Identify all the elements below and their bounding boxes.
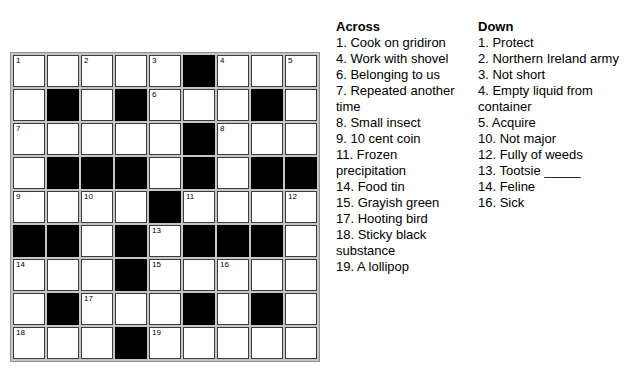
clue-item: 17. Hooting bird	[336, 211, 470, 227]
clue-item: 9. 10 cent coin	[336, 131, 470, 147]
clue-item: 10. Not major	[478, 131, 640, 147]
clue-item: 2. Northern Ireland army	[478, 51, 640, 67]
grid-cell[interactable]: 17	[81, 293, 113, 325]
grid-cell[interactable]: 13	[149, 225, 181, 257]
grid-cell[interactable]: 6	[149, 89, 181, 121]
grid-cell[interactable]	[251, 191, 283, 223]
grid-cell[interactable]	[115, 191, 147, 223]
black-cell	[115, 259, 147, 291]
black-cell	[149, 191, 181, 223]
cell-number: 19	[152, 328, 161, 338]
grid-cell[interactable]	[115, 123, 147, 155]
grid-cell[interactable]	[285, 89, 317, 121]
black-cell	[81, 157, 113, 189]
cell-number: 11	[186, 192, 194, 202]
black-cell	[115, 327, 147, 359]
grid-cell[interactable]	[251, 259, 283, 291]
clue-item: 16. Sick	[478, 195, 640, 211]
black-cell	[115, 225, 147, 257]
cell-number: 1	[16, 56, 20, 66]
cell-number: 15	[152, 260, 161, 270]
grid-cell[interactable]: 18	[13, 327, 45, 359]
grid-cell[interactable]	[183, 89, 215, 121]
black-cell	[251, 225, 283, 257]
black-cell	[115, 157, 147, 189]
across-heading: Across	[336, 19, 470, 35]
clue-item: 4. Work with shovel	[336, 51, 470, 67]
grid-cell[interactable]: 9	[13, 191, 45, 223]
cell-number: 4	[220, 56, 224, 66]
clue-item: 4. Empty liquid from container	[478, 83, 640, 115]
down-heading: Down	[478, 19, 640, 35]
clue-item: 1. Cook on gridiron	[336, 35, 470, 51]
black-cell	[183, 157, 215, 189]
grid-cell[interactable]: 4	[217, 55, 249, 87]
clue-item: 5. Acquire	[478, 115, 640, 131]
grid-cell[interactable]: 1	[13, 55, 45, 87]
grid-cell[interactable]	[81, 327, 113, 359]
grid-cell[interactable]	[149, 293, 181, 325]
grid-cell[interactable]: 7	[13, 123, 45, 155]
black-cell	[47, 89, 79, 121]
grid-cell[interactable]	[115, 293, 147, 325]
grid-cell[interactable]: 12	[285, 191, 317, 223]
across-clue-list: 1. Cook on gridiron4. Work with shovel6.…	[336, 35, 470, 275]
clue-item: 8. Small insect	[336, 115, 470, 131]
cell-number: 8	[220, 124, 224, 134]
clue-item: 14. Food tin	[336, 179, 470, 195]
grid-cell[interactable]	[149, 123, 181, 155]
grid-cell[interactable]: 10	[81, 191, 113, 223]
cell-number: 17	[84, 294, 93, 304]
black-cell	[13, 225, 45, 257]
grid-cell[interactable]	[251, 123, 283, 155]
cell-number: 16	[220, 260, 229, 270]
grid-cell[interactable]	[285, 259, 317, 291]
black-cell	[183, 55, 215, 87]
grid-cell[interactable]: 16	[217, 259, 249, 291]
grid-cell[interactable]	[13, 293, 45, 325]
grid-cell[interactable]	[285, 225, 317, 257]
clue-item: 18. Sticky black substance	[336, 227, 470, 259]
black-cell	[183, 225, 215, 257]
down-clues-column: Down 1. Protect2. Northern Ireland army3…	[478, 19, 640, 211]
grid-cell[interactable]	[149, 157, 181, 189]
cell-number: 9	[16, 192, 20, 202]
grid-cell[interactable]: 3	[149, 55, 181, 87]
cell-number: 13	[152, 226, 161, 236]
grid-cell[interactable]	[47, 191, 79, 223]
clue-item: 6. Belonging to us	[336, 67, 470, 83]
black-cell	[217, 225, 249, 257]
down-clue-list: 1. Protect2. Northern Ireland army3. Not…	[478, 35, 640, 211]
grid-cell[interactable]	[47, 123, 79, 155]
grid-cell[interactable]	[13, 89, 45, 121]
grid-cell[interactable]	[217, 293, 249, 325]
cell-number: 5	[288, 56, 292, 66]
black-cell	[251, 157, 283, 189]
cell-number: 2	[84, 56, 88, 66]
black-cell	[47, 293, 79, 325]
grid-cell[interactable]	[183, 327, 215, 359]
cell-number: 6	[152, 90, 156, 100]
clue-item: 19. A lollipop	[336, 259, 470, 275]
grid-cell[interactable]: 5	[285, 55, 317, 87]
clue-item: 13. Tootsie _____	[478, 163, 640, 179]
black-cell	[47, 225, 79, 257]
cell-number: 3	[152, 56, 156, 66]
clue-item: 7. Repeated another time	[336, 83, 470, 115]
black-cell	[285, 157, 317, 189]
clue-item: 11. Frozen precipitation	[336, 147, 470, 179]
black-cell	[115, 89, 147, 121]
clue-item: 3. Not short	[478, 67, 640, 83]
grid-cell[interactable]	[47, 259, 79, 291]
grid-cell[interactable]	[285, 123, 317, 155]
crossword-grid-frame: 12345678910111213141516171819	[10, 52, 320, 362]
clue-item: 1. Protect	[478, 35, 640, 51]
clue-item: 14. Feline	[478, 179, 640, 195]
grid-cell[interactable]	[217, 191, 249, 223]
grid-cell[interactable]: 8	[217, 123, 249, 155]
black-cell	[183, 293, 215, 325]
grid-cell[interactable]	[251, 327, 283, 359]
across-clues-column: Across 1. Cook on gridiron4. Work with s…	[336, 19, 470, 275]
clue-item: 12. Fully of weeds	[478, 147, 640, 163]
black-cell	[183, 123, 215, 155]
grid-cell[interactable]	[183, 259, 215, 291]
cell-number: 10	[84, 192, 93, 202]
cell-number: 18	[16, 328, 25, 338]
grid-cell[interactable]	[81, 225, 113, 257]
grid-cell[interactable]	[285, 327, 317, 359]
cell-number: 7	[16, 124, 20, 134]
grid-cell[interactable]	[81, 89, 113, 121]
grid-cell[interactable]	[81, 259, 113, 291]
black-cell	[251, 89, 283, 121]
black-cell	[47, 157, 79, 189]
grid-cell[interactable]: 2	[81, 55, 113, 87]
cell-number: 14	[16, 260, 25, 270]
grid-cell[interactable]	[217, 157, 249, 189]
grid-cell[interactable]: 14	[13, 259, 45, 291]
black-cell	[251, 293, 283, 325]
grid-cell[interactable]	[285, 293, 317, 325]
grid-cell[interactable]: 11	[183, 191, 215, 223]
grid-cell[interactable]: 19	[149, 327, 181, 359]
clue-item: 15. Grayish green	[336, 195, 470, 211]
crossword-grid: 12345678910111213141516171819	[13, 55, 317, 359]
grid-cell[interactable]	[217, 327, 249, 359]
grid-cell[interactable]: 15	[149, 259, 181, 291]
grid-cell[interactable]	[251, 55, 283, 87]
grid-cell[interactable]	[13, 157, 45, 189]
grid-cell[interactable]	[217, 89, 249, 121]
cell-number: 12	[288, 192, 297, 202]
grid-cell[interactable]	[47, 327, 79, 359]
grid-cell[interactable]	[81, 123, 113, 155]
grid-cell[interactable]	[47, 55, 79, 87]
grid-cell[interactable]	[115, 55, 147, 87]
